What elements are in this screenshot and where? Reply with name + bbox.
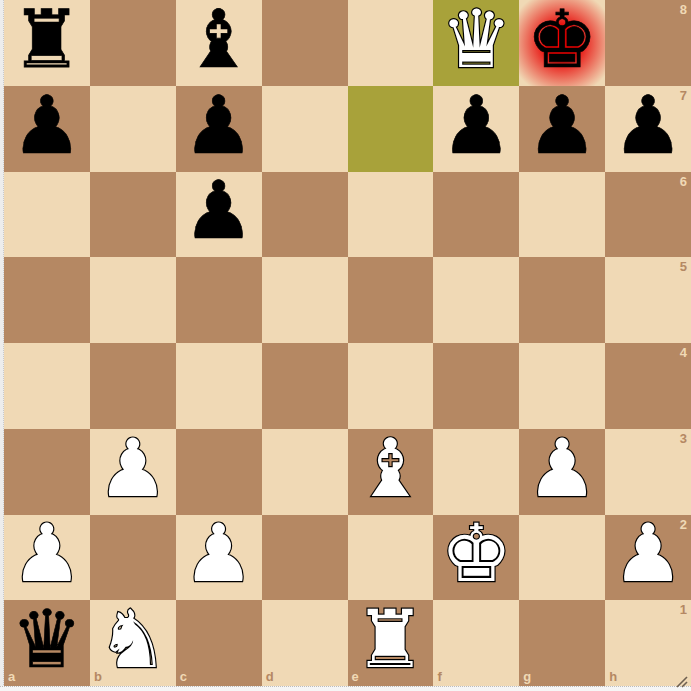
black-pawn-piece[interactable]: ♟: [526, 86, 598, 166]
black-pawn-piece[interactable]: ♟: [183, 86, 255, 166]
square-a6[interactable]: [4, 172, 90, 258]
white-knight-piece[interactable]: ♞: [97, 600, 169, 680]
square-e2[interactable]: [348, 515, 434, 601]
square-b4[interactable]: [90, 343, 176, 429]
square-a4[interactable]: [4, 343, 90, 429]
square-b8[interactable]: [90, 0, 176, 86]
square-f3[interactable]: [433, 429, 519, 515]
square-g7[interactable]: ♟: [519, 86, 605, 172]
file-label-g: g: [523, 670, 531, 683]
square-a2[interactable]: ♟: [4, 515, 90, 601]
square-d7[interactable]: [262, 86, 348, 172]
square-d5[interactable]: [262, 257, 348, 343]
square-d6[interactable]: [262, 172, 348, 258]
square-g6[interactable]: [519, 172, 605, 258]
rank-label-4: 4: [680, 346, 687, 359]
white-rook-piece[interactable]: ♜: [355, 600, 427, 680]
black-pawn-piece[interactable]: ♟: [612, 86, 684, 166]
black-pawn-piece[interactable]: ♟: [183, 172, 255, 252]
black-pawn-piece[interactable]: ♟: [440, 86, 512, 166]
square-d8[interactable]: [262, 0, 348, 86]
white-pawn-piece[interactable]: ♟: [97, 429, 169, 509]
square-c2[interactable]: ♟: [176, 515, 262, 601]
black-queen-piece[interactable]: ♛: [11, 600, 83, 680]
white-pawn-piece[interactable]: ♟: [526, 429, 598, 509]
rank-label-5: 5: [680, 260, 687, 273]
square-h8[interactable]: 8: [605, 0, 691, 86]
black-rook-piece[interactable]: ♜: [11, 0, 83, 80]
chess-app-page: ♜♝♛♚8♟♟♟♟7♟♟654♟♝♟3♟♟♚2♟a♛b♞cde♜fgh1: [0, 0, 691, 691]
square-e4[interactable]: [348, 343, 434, 429]
square-e1[interactable]: e♜: [348, 600, 434, 686]
square-d4[interactable]: [262, 343, 348, 429]
square-a5[interactable]: [4, 257, 90, 343]
white-queen-piece[interactable]: ♛: [440, 0, 512, 80]
square-a3[interactable]: [4, 429, 90, 515]
square-c8[interactable]: ♝: [176, 0, 262, 86]
square-b3[interactable]: ♟: [90, 429, 176, 515]
file-label-c: c: [180, 670, 187, 683]
square-f1[interactable]: f: [433, 600, 519, 686]
square-c7[interactable]: ♟: [176, 86, 262, 172]
square-g2[interactable]: [519, 515, 605, 601]
black-king-piece[interactable]: ♚: [526, 0, 598, 80]
square-e8[interactable]: [348, 0, 434, 86]
square-d3[interactable]: [262, 429, 348, 515]
square-f5[interactable]: [433, 257, 519, 343]
white-pawn-piece[interactable]: ♟: [183, 515, 255, 595]
black-pawn-piece[interactable]: ♟: [11, 86, 83, 166]
square-c6[interactable]: ♟: [176, 172, 262, 258]
square-e6[interactable]: [348, 172, 434, 258]
rank-label-1: 1: [680, 603, 687, 616]
square-c1[interactable]: c: [176, 600, 262, 686]
square-g1[interactable]: g: [519, 600, 605, 686]
rank-label-6: 6: [680, 175, 687, 188]
square-h6[interactable]: 6: [605, 172, 691, 258]
black-bishop-piece[interactable]: ♝: [183, 0, 255, 80]
square-b6[interactable]: [90, 172, 176, 258]
square-g3[interactable]: ♟: [519, 429, 605, 515]
square-b1[interactable]: b♞: [90, 600, 176, 686]
square-g5[interactable]: [519, 257, 605, 343]
board-resize-handle-icon[interactable]: [673, 673, 689, 689]
square-e7[interactable]: [348, 86, 434, 172]
square-f8[interactable]: ♛: [433, 0, 519, 86]
square-f2[interactable]: ♚: [433, 515, 519, 601]
file-label-h: h: [609, 670, 617, 683]
square-a8[interactable]: ♜: [4, 0, 90, 86]
square-h2[interactable]: 2♟: [605, 515, 691, 601]
file-label-f: f: [437, 670, 441, 683]
rank-label-3: 3: [680, 432, 687, 445]
square-h3[interactable]: 3: [605, 429, 691, 515]
square-h4[interactable]: 4: [605, 343, 691, 429]
square-g8[interactable]: ♚: [519, 0, 605, 86]
square-d2[interactable]: [262, 515, 348, 601]
square-h5[interactable]: 5: [605, 257, 691, 343]
white-pawn-piece[interactable]: ♟: [612, 515, 684, 595]
square-g4[interactable]: [519, 343, 605, 429]
square-f4[interactable]: [433, 343, 519, 429]
white-king-piece[interactable]: ♚: [440, 515, 512, 595]
square-b5[interactable]: [90, 257, 176, 343]
rank-label-8: 8: [680, 3, 687, 16]
square-h7[interactable]: 7♟: [605, 86, 691, 172]
square-a7[interactable]: ♟: [4, 86, 90, 172]
square-e5[interactable]: [348, 257, 434, 343]
square-f6[interactable]: [433, 172, 519, 258]
square-c5[interactable]: [176, 257, 262, 343]
page-bottom-gutter: [0, 686, 691, 691]
file-label-d: d: [266, 670, 274, 683]
square-c3[interactable]: [176, 429, 262, 515]
square-c4[interactable]: [176, 343, 262, 429]
white-bishop-piece[interactable]: ♝: [355, 429, 427, 509]
square-e3[interactable]: ♝: [348, 429, 434, 515]
white-pawn-piece[interactable]: ♟: [11, 515, 83, 595]
square-f7[interactable]: ♟: [433, 86, 519, 172]
square-b2[interactable]: [90, 515, 176, 601]
chess-board: ♜♝♛♚8♟♟♟♟7♟♟654♟♝♟3♟♟♚2♟a♛b♞cde♜fgh1: [4, 0, 691, 686]
square-a1[interactable]: a♛: [4, 600, 90, 686]
square-d1[interactable]: d: [262, 600, 348, 686]
square-b7[interactable]: [90, 86, 176, 172]
